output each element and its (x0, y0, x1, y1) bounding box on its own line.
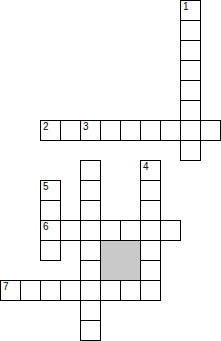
crossword-cell[interactable] (80, 300, 101, 321)
crossword-cell[interactable] (120, 120, 141, 141)
crossword-cell[interactable]: 6 (40, 220, 61, 241)
crossword-cell[interactable] (140, 280, 161, 301)
crossword-cell[interactable] (160, 120, 181, 141)
crossword-cell[interactable] (120, 280, 141, 301)
crossword-cell[interactable] (180, 140, 201, 161)
crossword-cell[interactable] (80, 160, 101, 181)
crossword-cell[interactable] (80, 260, 101, 281)
crossword-cell[interactable]: 3 (80, 120, 101, 141)
crossword-cell[interactable] (40, 240, 61, 261)
crossword-cell[interactable]: 5 (40, 180, 61, 201)
crossword-cell[interactable] (120, 220, 141, 241)
crossword-cell[interactable] (40, 280, 61, 301)
shaded-block (100, 240, 141, 281)
crossword-cell[interactable] (100, 280, 121, 301)
crossword-cell[interactable] (80, 240, 101, 261)
crossword-cell[interactable] (140, 120, 161, 141)
crossword-cell[interactable] (180, 80, 201, 101)
crossword-cell[interactable] (180, 60, 201, 81)
crossword-cell[interactable] (60, 280, 81, 301)
crossword-cell[interactable] (160, 220, 181, 241)
crossword-cell[interactable] (80, 200, 101, 221)
crossword-cell[interactable] (140, 200, 161, 221)
crossword-cell[interactable] (140, 180, 161, 201)
clue-number: 1 (183, 2, 189, 11)
crossword-cell[interactable] (100, 220, 121, 241)
crossword-cell[interactable]: 1 (180, 0, 201, 21)
crossword-cell[interactable] (140, 240, 161, 261)
crossword-cell[interactable]: 7 (0, 280, 21, 301)
clue-number: 5 (43, 182, 49, 191)
crossword-cell[interactable] (100, 120, 121, 141)
crossword-cell[interactable] (180, 20, 201, 41)
crossword-cell[interactable] (180, 40, 201, 61)
crossword-cell[interactable]: 4 (140, 160, 161, 181)
crossword-cell[interactable] (180, 100, 201, 121)
crossword-cell[interactable] (80, 220, 101, 241)
clue-number: 6 (43, 222, 49, 231)
crossword-grid: 1234567 (0, 0, 221, 341)
crossword-cell[interactable] (20, 280, 41, 301)
clue-number: 4 (143, 162, 149, 171)
crossword-cell[interactable] (200, 120, 221, 141)
crossword-cell[interactable] (140, 260, 161, 281)
crossword-cell[interactable] (40, 200, 61, 221)
crossword-cell[interactable] (80, 280, 101, 301)
clue-number: 2 (43, 122, 49, 131)
crossword-cell[interactable] (60, 120, 81, 141)
crossword-cell[interactable] (80, 320, 101, 341)
crossword-cell[interactable] (80, 180, 101, 201)
crossword-cell[interactable]: 2 (40, 120, 61, 141)
crossword-cell[interactable] (60, 220, 81, 241)
clue-number: 3 (83, 122, 89, 131)
clue-number: 7 (3, 282, 9, 291)
crossword-cell[interactable] (140, 220, 161, 241)
crossword-cell[interactable] (180, 120, 201, 141)
